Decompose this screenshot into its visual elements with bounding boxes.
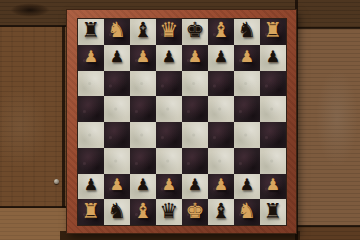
plank-seam — [62, 26, 65, 207]
square-b5[interactable] — [104, 96, 130, 122]
plank-seam — [0, 206, 66, 208]
square-a4[interactable] — [78, 122, 104, 148]
plank-seam — [0, 25, 66, 27]
square-a2[interactable]: ♟ — [78, 174, 104, 200]
piece-light-queen[interactable]: ♛ — [160, 20, 179, 41]
square-f3[interactable] — [208, 148, 234, 174]
square-c7[interactable]: ♟ — [130, 45, 156, 71]
square-f4[interactable] — [208, 122, 234, 148]
square-a3[interactable] — [78, 148, 104, 174]
square-e2[interactable]: ♟ — [182, 174, 208, 200]
square-a6[interactable] — [78, 71, 104, 97]
square-a8[interactable]: ♜ — [78, 19, 104, 45]
piece-light-knight[interactable]: ♞ — [108, 20, 127, 41]
square-h2[interactable]: ♟ — [260, 174, 286, 200]
square-h6[interactable] — [260, 71, 286, 97]
table-plank-right — [297, 28, 360, 226]
piece-light-king[interactable]: ♚ — [186, 201, 205, 222]
nail-head — [54, 179, 59, 184]
square-f1[interactable]: ♝ — [208, 199, 234, 225]
square-d6[interactable] — [156, 71, 182, 97]
square-e3[interactable] — [182, 148, 208, 174]
square-g4[interactable] — [234, 122, 260, 148]
piece-light-pawn[interactable]: ♟ — [84, 49, 98, 65]
square-e7[interactable]: ♟ — [182, 45, 208, 71]
square-g7[interactable]: ♟ — [234, 45, 260, 71]
piece-dark-pawn[interactable]: ♟ — [266, 49, 280, 65]
square-h7[interactable]: ♟ — [260, 45, 286, 71]
piece-dark-bishop[interactable]: ♝ — [212, 201, 231, 222]
square-e6[interactable] — [182, 71, 208, 97]
piece-light-pawn[interactable]: ♟ — [214, 177, 228, 193]
piece-light-pawn[interactable]: ♟ — [266, 177, 280, 193]
square-f2[interactable]: ♟ — [208, 174, 234, 200]
square-b2[interactable]: ♟ — [104, 174, 130, 200]
square-c8[interactable]: ♝ — [130, 19, 156, 45]
piece-light-pawn[interactable]: ♟ — [110, 177, 124, 193]
piece-light-rook[interactable]: ♜ — [82, 201, 101, 222]
plank-seam — [297, 225, 360, 227]
square-h8[interactable]: ♜ — [260, 19, 286, 45]
square-d7[interactable]: ♟ — [156, 45, 182, 71]
piece-dark-pawn[interactable]: ♟ — [214, 49, 228, 65]
square-b3[interactable] — [104, 148, 130, 174]
piece-dark-pawn[interactable]: ♟ — [136, 177, 150, 193]
piece-light-knight[interactable]: ♞ — [238, 201, 257, 222]
square-c4[interactable] — [130, 122, 156, 148]
piece-light-bishop[interactable]: ♝ — [134, 201, 153, 222]
piece-dark-pawn[interactable]: ♟ — [240, 177, 254, 193]
piece-light-rook[interactable]: ♜ — [264, 20, 283, 41]
piece-dark-pawn[interactable]: ♟ — [162, 49, 176, 65]
square-g5[interactable] — [234, 96, 260, 122]
piece-dark-knight[interactable]: ♞ — [238, 20, 257, 41]
square-g8[interactable]: ♞ — [234, 19, 260, 45]
piece-dark-rook[interactable]: ♜ — [82, 20, 101, 41]
square-c6[interactable] — [130, 71, 156, 97]
piece-dark-bishop[interactable]: ♝ — [134, 20, 153, 41]
piece-light-pawn[interactable]: ♟ — [162, 177, 176, 193]
square-f7[interactable]: ♟ — [208, 45, 234, 71]
piece-light-pawn[interactable]: ♟ — [240, 49, 254, 65]
square-g6[interactable] — [234, 71, 260, 97]
square-h1[interactable]: ♜ — [260, 199, 286, 225]
piece-dark-pawn[interactable]: ♟ — [84, 177, 98, 193]
board-grid: ♜♞♝♛♚♝♞♜♟♟♟♟♟♟♟♟♟♟♟♟♟♟♟♟♜♞♝♛♚♝♞♜ — [78, 19, 286, 225]
square-f8[interactable]: ♝ — [208, 19, 234, 45]
piece-light-bishop[interactable]: ♝ — [212, 20, 231, 41]
square-b6[interactable] — [104, 71, 130, 97]
square-c1[interactable]: ♝ — [130, 199, 156, 225]
chess-board: ♜♞♝♛♚♝♞♜♟♟♟♟♟♟♟♟♟♟♟♟♟♟♟♟♜♞♝♛♚♝♞♜ — [67, 10, 296, 233]
square-e4[interactable] — [182, 122, 208, 148]
square-b8[interactable]: ♞ — [104, 19, 130, 45]
square-e8[interactable]: ♚ — [182, 19, 208, 45]
piece-dark-king[interactable]: ♚ — [186, 20, 205, 41]
square-c3[interactable] — [130, 148, 156, 174]
square-h3[interactable] — [260, 148, 286, 174]
square-b7[interactable]: ♟ — [104, 45, 130, 71]
piece-light-pawn[interactable]: ♟ — [188, 49, 202, 65]
square-f6[interactable] — [208, 71, 234, 97]
photo-scene: ♜♞♝♛♚♝♞♜♟♟♟♟♟♟♟♟♟♟♟♟♟♟♟♟♜♞♝♛♚♝♞♜ — [0, 0, 360, 240]
square-b4[interactable] — [104, 122, 130, 148]
piece-dark-rook[interactable]: ♜ — [264, 201, 283, 222]
piece-dark-knight[interactable]: ♞ — [108, 201, 127, 222]
piece-dark-queen[interactable]: ♛ — [160, 201, 179, 222]
square-d2[interactable]: ♟ — [156, 174, 182, 200]
square-a7[interactable]: ♟ — [78, 45, 104, 71]
square-h4[interactable] — [260, 122, 286, 148]
table-plank-left-bottom — [0, 208, 66, 240]
square-e1[interactable]: ♚ — [182, 199, 208, 225]
square-g3[interactable] — [234, 148, 260, 174]
square-f5[interactable] — [208, 96, 234, 122]
piece-dark-pawn[interactable]: ♟ — [188, 177, 202, 193]
square-d1[interactable]: ♛ — [156, 199, 182, 225]
square-c5[interactable] — [130, 96, 156, 122]
square-a1[interactable]: ♜ — [78, 199, 104, 225]
table-plank-right-bottom — [297, 227, 360, 240]
plank-seam — [297, 27, 360, 29]
piece-dark-pawn[interactable]: ♟ — [110, 49, 124, 65]
square-a5[interactable] — [78, 96, 104, 122]
square-d8[interactable]: ♛ — [156, 19, 182, 45]
square-b1[interactable]: ♞ — [104, 199, 130, 225]
square-d4[interactable] — [156, 122, 182, 148]
square-g2[interactable]: ♟ — [234, 174, 260, 200]
square-d3[interactable] — [156, 148, 182, 174]
square-c2[interactable]: ♟ — [130, 174, 156, 200]
square-h5[interactable] — [260, 96, 286, 122]
square-g1[interactable]: ♞ — [234, 199, 260, 225]
piece-light-pawn[interactable]: ♟ — [136, 49, 150, 65]
square-e5[interactable] — [182, 96, 208, 122]
square-d5[interactable] — [156, 96, 182, 122]
